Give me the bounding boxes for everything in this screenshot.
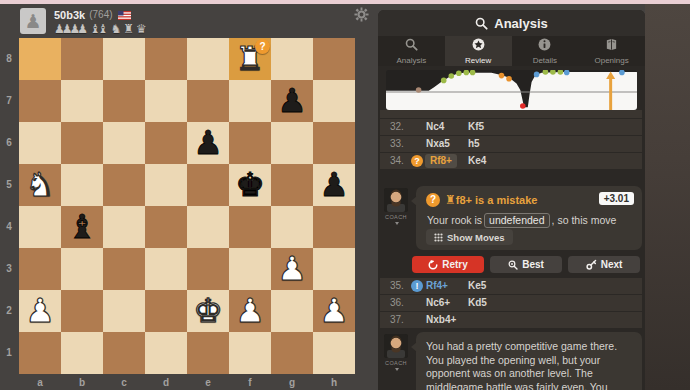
mistake-icon: ? [411, 155, 423, 167]
square-g8[interactable] [271, 38, 313, 80]
black-p-piece: ♟ [187, 122, 229, 164]
square-d8[interactable] [145, 38, 187, 80]
move-row-36[interactable]: 36.Nc6+Kd5 [380, 295, 642, 311]
square-h6[interactable] [313, 122, 355, 164]
square-e4[interactable] [187, 206, 229, 248]
square-b6[interactable] [61, 122, 103, 164]
captured-group: ♜ [123, 22, 131, 36]
square-h4[interactable] [313, 206, 355, 248]
square-f5[interactable]: ♚ [229, 164, 271, 206]
square-d3[interactable] [145, 248, 187, 290]
move-row-33[interactable]: 33.Nxa5h5 [380, 136, 642, 152]
rank-label: 1 [0, 332, 18, 374]
square-c4[interactable] [103, 206, 145, 248]
rank-label: 7 [0, 80, 18, 122]
white-p-piece: ♟ [19, 290, 61, 332]
square-h3[interactable] [313, 248, 355, 290]
coach-label[interactable]: COACH [384, 360, 408, 372]
rank-label: 2 [0, 290, 18, 332]
file-label: e [187, 376, 229, 390]
pawn-avatar-icon: ♟ [24, 10, 41, 32]
square-f3[interactable] [229, 248, 271, 290]
book-icon [605, 37, 618, 55]
rook-figurine: ♜ [445, 193, 456, 207]
page-background [645, 4, 690, 390]
captured-group: ♟♟♟♟ [54, 22, 85, 36]
board-grid[interactable]: ♜?♟♟♞♚♟♝♟♟♚♟♟ [19, 38, 355, 374]
great-move-icon: ! [411, 280, 423, 292]
coach-mistake-bubble: ? ♜f8+ is a mistake +3.01 Your rook isun… [416, 186, 642, 250]
rank-label: 6 [0, 122, 18, 164]
mistake-question-icon: ? [426, 193, 440, 207]
player-rating: (764) [89, 9, 112, 20]
square-a2[interactable]: ♟ [19, 290, 61, 332]
square-a6[interactable] [19, 122, 61, 164]
white-p-piece: ♟ [271, 248, 313, 290]
square-d7[interactable] [145, 80, 187, 122]
square-f8[interactable]: ♜? [229, 38, 271, 80]
coach-summary-bubble: You had a pretty competitive game there.… [416, 332, 642, 390]
star-circle-icon [472, 37, 485, 55]
captured-group: ♛ [136, 22, 144, 36]
file-label: g [271, 376, 313, 390]
chess-analysis-screen: ♟ 50b3k (764) ♟♟♟♟♝♝♞♜♛ 87654321 ♜?♟♟♞♚♟… [0, 0, 690, 390]
square-e2[interactable]: ♚ [187, 290, 229, 332]
rank-labels: 87654321 [0, 38, 18, 374]
square-b1[interactable] [61, 332, 103, 374]
square-d4[interactable] [145, 206, 187, 248]
square-b8[interactable] [61, 38, 103, 80]
square-c1[interactable] [103, 332, 145, 374]
black-b-piece: ♝ [61, 206, 103, 248]
captured-group: ♝♝ [90, 22, 106, 36]
coach-label[interactable]: COACH [384, 214, 408, 226]
mistake-title: ? ♜f8+ is a mistake [426, 193, 537, 207]
coach-avatar [384, 188, 408, 212]
square-e8[interactable] [187, 38, 229, 80]
retry-button[interactable]: Retry [412, 256, 484, 273]
captured-group: ♞ [111, 22, 119, 36]
undefended-term-chip[interactable]: undefended [484, 213, 549, 228]
square-g5[interactable] [271, 164, 313, 206]
square-g1[interactable] [271, 332, 313, 374]
square-f4[interactable] [229, 206, 271, 248]
move-row-37[interactable]: 37.Nxb4+ [380, 312, 642, 328]
player-avatar: ♟ [20, 8, 46, 34]
top-player-bar: ♟ 50b3k (764) ♟♟♟♟♝♝♞♜♛ [20, 8, 144, 36]
square-c7[interactable] [103, 80, 145, 122]
square-b2[interactable] [61, 290, 103, 332]
action-buttons: Retry Best Next [412, 256, 640, 273]
black-p-piece: ♟ [313, 164, 355, 206]
mistake-badge-icon: ? [255, 39, 270, 54]
square-g6[interactable] [271, 122, 313, 164]
tab-review[interactable]: Review [445, 36, 512, 66]
rank-label: 8 [0, 38, 18, 80]
rank-label: 3 [0, 248, 18, 290]
square-h5[interactable]: ♟ [313, 164, 355, 206]
square-e1[interactable] [187, 332, 229, 374]
move-list-top: 32.Nc4Kf533.Nxa5h534.?Rf8+Ke4 [380, 110, 642, 170]
key-icon [586, 259, 597, 270]
square-f7[interactable] [229, 80, 271, 122]
panel-title: Analysis [494, 16, 547, 31]
best-magnifier-icon [508, 260, 518, 270]
square-a4[interactable] [19, 206, 61, 248]
square-c6[interactable] [103, 122, 145, 164]
eval-badge: +3.01 [599, 192, 634, 205]
file-label: c [103, 376, 145, 390]
square-b4[interactable]: ♝ [61, 206, 103, 248]
white-n-piece: ♞ [19, 164, 61, 206]
square-g7[interactable]: ♟ [271, 80, 313, 122]
black-k-piece: ♚ [229, 164, 271, 206]
square-b5[interactable] [61, 164, 103, 206]
square-h7[interactable] [313, 80, 355, 122]
square-c8[interactable] [103, 38, 145, 80]
square-a7[interactable] [19, 80, 61, 122]
coach-summary-block: COACH You had a pretty competitive game … [384, 332, 639, 390]
move-row-32[interactable]: 32.Nc4Kf5 [380, 119, 642, 135]
square-e5[interactable] [187, 164, 229, 206]
magnifier-icon [405, 37, 418, 55]
next-button[interactable]: Next [568, 256, 640, 273]
file-label: b [61, 376, 103, 390]
show-moves-button[interactable]: Show Moves [426, 229, 513, 245]
move-row-34[interactable]: 34.?Rf8+Ke4 [380, 153, 642, 169]
square-d5[interactable] [145, 164, 187, 206]
analysis-magnifier-icon [475, 17, 488, 30]
file-label: a [19, 376, 61, 390]
square-g4[interactable] [271, 206, 313, 248]
square-a8[interactable] [19, 38, 61, 80]
white-p-piece: ♟ [313, 290, 355, 332]
file-label: d [145, 376, 187, 390]
captured-pieces: ♟♟♟♟♝♝♞♜♛ [54, 22, 144, 36]
move-list-bottom: 35.!Rf4+Ke536.Nc6+Kd537.Nxb4+ [380, 278, 642, 329]
square-b7[interactable] [61, 80, 103, 122]
best-button[interactable]: Best [490, 256, 562, 273]
rank-label: 4 [0, 206, 18, 248]
summary-text: You had a pretty competitive game there.… [416, 332, 642, 390]
square-c2[interactable] [103, 290, 145, 332]
current-move[interactable]: Rf8+ [425, 154, 457, 168]
square-h1[interactable] [313, 332, 355, 374]
rank-label: 5 [0, 164, 18, 206]
square-h8[interactable] [313, 38, 355, 80]
us-flag-icon [118, 6, 131, 24]
grid-dots-icon [434, 233, 443, 242]
square-e6[interactable]: ♟ [187, 122, 229, 164]
square-a5[interactable]: ♞ [19, 164, 61, 206]
square-f2[interactable]: ♟ [229, 290, 271, 332]
coach-mistake-block: COACH ? ♜f8+ is a mistake +3.01 Your roo… [384, 186, 639, 252]
black-p-piece: ♟ [271, 80, 313, 122]
square-c5[interactable] [103, 164, 145, 206]
square-h2[interactable]: ♟ [313, 290, 355, 332]
square-e3[interactable] [187, 248, 229, 290]
tab-analysis[interactable]: Analysis [378, 36, 445, 66]
square-e7[interactable] [187, 80, 229, 122]
square-g3[interactable]: ♟ [271, 248, 313, 290]
square-f1[interactable] [229, 332, 271, 374]
coach-avatar [384, 334, 408, 358]
move-row-35[interactable]: 35.!Rf4+Ke5 [380, 278, 642, 294]
player-name[interactable]: 50b3k [54, 9, 85, 21]
panel-header: Analysis [378, 10, 645, 36]
file-labels: abcdefgh [19, 376, 355, 390]
square-f6[interactable] [229, 122, 271, 164]
file-label: h [313, 376, 355, 390]
top-strip [0, 0, 690, 4]
square-d6[interactable] [145, 122, 187, 164]
square-c3[interactable] [103, 248, 145, 290]
move-row-partial [380, 110, 642, 118]
tab-openings[interactable]: Openings [578, 36, 645, 66]
retry-icon [428, 260, 438, 270]
settings-gear-icon[interactable] [354, 7, 369, 22]
square-a3[interactable] [19, 248, 61, 290]
square-b3[interactable] [61, 248, 103, 290]
white-p-piece: ♟ [229, 290, 271, 332]
tab-bar: AnalysisReviewDetailsOpenings [378, 36, 645, 66]
file-label: f [229, 376, 271, 390]
tab-details[interactable]: Details [512, 36, 579, 66]
square-a1[interactable] [19, 332, 61, 374]
eval-graph[interactable] [386, 70, 637, 110]
white-k-piece: ♚ [187, 290, 229, 332]
square-d2[interactable] [145, 290, 187, 332]
analysis-panel: Analysis AnalysisReviewDetailsOpenings 3… [378, 10, 645, 390]
square-d1[interactable] [145, 332, 187, 374]
square-g2[interactable] [271, 290, 313, 332]
info-icon [538, 37, 551, 55]
